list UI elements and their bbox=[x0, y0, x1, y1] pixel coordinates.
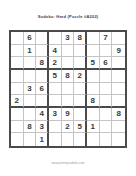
sudoku-cell bbox=[100, 133, 113, 146]
sudoku-cell bbox=[112, 121, 125, 134]
sudoku-cell: 5 bbox=[74, 121, 87, 134]
sudoku-cell bbox=[87, 32, 100, 45]
sudoku-cell: 1 bbox=[24, 45, 37, 58]
sudoku-cell bbox=[24, 70, 37, 83]
sudoku-cell: 6 bbox=[100, 57, 113, 70]
sudoku-cell bbox=[74, 133, 87, 146]
sudoku-cell bbox=[24, 133, 37, 146]
sudoku-cell: 2 bbox=[11, 95, 24, 108]
sudoku-cell bbox=[49, 32, 62, 45]
sudoku-cell bbox=[100, 121, 113, 134]
sudoku-cell: 8 bbox=[87, 95, 100, 108]
sudoku-cell bbox=[74, 57, 87, 70]
sudoku-cell: 6 bbox=[24, 32, 37, 45]
sudoku-cell: 4 bbox=[36, 108, 49, 121]
sudoku-page: Sudoku: Hard (Puzzle #A202) 638714982565… bbox=[0, 0, 136, 176]
sudoku-cell bbox=[49, 133, 62, 146]
page-title: Sudoku: Hard (Puzzle #A202) bbox=[0, 14, 136, 19]
sudoku-grid: 6387149825658236284398832511 bbox=[9, 30, 127, 148]
sudoku-cell: 9 bbox=[62, 108, 75, 121]
sudoku-cell: 9 bbox=[112, 45, 125, 58]
sudoku-cell bbox=[112, 95, 125, 108]
sudoku-cell bbox=[11, 133, 24, 146]
sudoku-cell: 5 bbox=[49, 70, 62, 83]
sudoku-cell: 8 bbox=[62, 70, 75, 83]
sudoku-cell bbox=[62, 45, 75, 58]
sudoku-cell bbox=[100, 95, 113, 108]
sudoku-cell bbox=[112, 70, 125, 83]
footer-url: www.printmysudoku.com bbox=[0, 161, 136, 165]
sudoku-cell bbox=[62, 57, 75, 70]
sudoku-cell bbox=[112, 32, 125, 45]
sudoku-cell bbox=[74, 108, 87, 121]
sudoku-cell: 3 bbox=[24, 83, 37, 96]
sudoku-cell bbox=[36, 32, 49, 45]
sudoku-cell bbox=[49, 121, 62, 134]
sudoku-cell bbox=[24, 108, 37, 121]
sudoku-cell bbox=[11, 57, 24, 70]
sudoku-cell: 1 bbox=[36, 133, 49, 146]
sudoku-cell bbox=[62, 95, 75, 108]
sudoku-cell bbox=[87, 133, 100, 146]
sudoku-cell bbox=[49, 83, 62, 96]
sudoku-cell bbox=[49, 95, 62, 108]
sudoku-cell: 2 bbox=[62, 121, 75, 134]
sudoku-cell: 2 bbox=[49, 57, 62, 70]
sudoku-cell bbox=[87, 83, 100, 96]
sudoku-cell bbox=[87, 108, 100, 121]
sudoku-cell bbox=[112, 83, 125, 96]
sudoku-cell bbox=[36, 95, 49, 108]
sudoku-cell: 8 bbox=[74, 32, 87, 45]
sudoku-cell: 3 bbox=[36, 121, 49, 134]
sudoku-cell: 4 bbox=[49, 45, 62, 58]
sudoku-cell bbox=[62, 83, 75, 96]
sudoku-cell bbox=[112, 133, 125, 146]
sudoku-cell: 3 bbox=[49, 108, 62, 121]
sudoku-cell bbox=[36, 70, 49, 83]
sudoku-cell bbox=[100, 70, 113, 83]
sudoku-cell: 7 bbox=[100, 32, 113, 45]
sudoku-cell bbox=[24, 95, 37, 108]
sudoku-cell bbox=[74, 45, 87, 58]
sudoku-cell: 8 bbox=[36, 57, 49, 70]
sudoku-cell bbox=[36, 45, 49, 58]
sudoku-cell bbox=[112, 57, 125, 70]
sudoku-cell bbox=[87, 45, 100, 58]
sudoku-cell bbox=[100, 108, 113, 121]
sudoku-cell bbox=[11, 121, 24, 134]
sudoku-cell bbox=[100, 45, 113, 58]
sudoku-cell bbox=[74, 95, 87, 108]
sudoku-cell: 2 bbox=[74, 70, 87, 83]
sudoku-cell bbox=[11, 70, 24, 83]
sudoku-cell: 1 bbox=[87, 121, 100, 134]
sudoku-cell bbox=[24, 57, 37, 70]
sudoku-cell: 3 bbox=[62, 32, 75, 45]
sudoku-cell bbox=[100, 83, 113, 96]
sudoku-cell: 5 bbox=[87, 57, 100, 70]
sudoku-cell: 8 bbox=[112, 108, 125, 121]
sudoku-cell bbox=[87, 70, 100, 83]
sudoku-cell bbox=[11, 83, 24, 96]
sudoku-cell bbox=[74, 83, 87, 96]
sudoku-cell: 6 bbox=[36, 83, 49, 96]
sudoku-cell bbox=[11, 32, 24, 45]
sudoku-cell bbox=[62, 133, 75, 146]
sudoku-cell bbox=[11, 108, 24, 121]
sudoku-cell: 8 bbox=[24, 121, 37, 134]
sudoku-cell bbox=[11, 45, 24, 58]
